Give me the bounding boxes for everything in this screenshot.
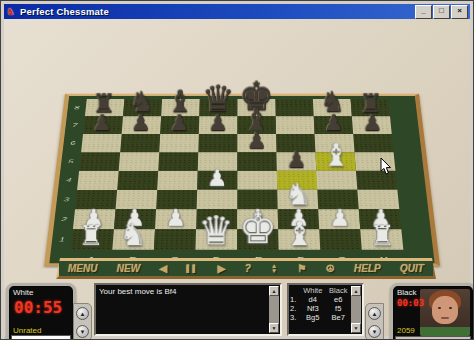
move-white-3: Bg5 — [300, 313, 326, 322]
square-h7[interactable]: ♟ — [352, 116, 392, 134]
black-pawn-a7[interactable]: ♟ — [92, 112, 112, 134]
chess-board[interactable]: 87654321 ♜♞♝♛♚♞♜♟♟♟♟♝♟♟♟♟♝♟♞♟♟♟♟♟♟♟♜♞♛♚♝… — [44, 94, 440, 266]
white-rating: Unrated — [13, 326, 41, 335]
window-title: Perfect Chessmate — [20, 6, 414, 17]
help-button[interactable]: HELP — [354, 263, 381, 274]
move-header-white: White — [300, 286, 326, 295]
white-rook-a1[interactable]: ♜ — [79, 222, 104, 250]
black-pawn-d7[interactable]: ♟ — [208, 112, 228, 134]
white-pawn-g2[interactable]: ♟ — [329, 206, 350, 229]
back-icon[interactable]: ◀ — [159, 263, 167, 274]
black-pawn-e6[interactable]: ♟ — [247, 130, 267, 152]
opponent-portrait — [420, 289, 470, 336]
square-b7[interactable]: ♟ — [122, 116, 162, 134]
move-number-1: 1. — [290, 295, 300, 304]
white-queen-d1[interactable]: ♛ — [199, 210, 235, 250]
square-b6[interactable] — [120, 134, 160, 152]
square-b4[interactable] — [117, 171, 158, 190]
menu-bar: MENUNEW◀▌▌▶?▲▼⚑☮HELPQUIT — [56, 258, 436, 279]
square-e5[interactable] — [237, 152, 277, 171]
move-white-1: d4 — [300, 295, 326, 304]
hint-icon[interactable]: ? — [245, 263, 251, 274]
square-c1[interactable] — [154, 229, 196, 250]
moby-games-button[interactable]: Moby Games — [11, 335, 71, 340]
square-d7[interactable]: ♟ — [199, 116, 238, 134]
white-pawn-c2[interactable]: ♟ — [165, 206, 186, 229]
scroll-up-icon[interactable]: ▲ — [351, 286, 361, 296]
rank-label-7: 7 — [65, 116, 85, 134]
maximize-button[interactable]: □ — [433, 5, 450, 19]
white-player-panel: White 00:55 Unrated Moby Games — [6, 283, 76, 340]
square-c7[interactable]: ♟ — [160, 116, 199, 134]
square-a5[interactable] — [79, 152, 120, 171]
spin-down-icon[interactable]: ▼ — [76, 325, 89, 338]
spin-up-icon[interactable]: ▲ — [368, 307, 381, 320]
white-king-e1[interactable]: ♚ — [239, 207, 277, 250]
rank-label-1: 1 — [51, 229, 73, 250]
console-scrollbar[interactable]: ▲ ▼ — [269, 286, 279, 333]
rank-label-5: 5 — [60, 152, 81, 171]
move-list-panel[interactable]: WhiteBlack1.d4e62.Nf3f53.Bg5Be7 ▲ ▼ — [287, 283, 364, 336]
square-h1[interactable]: ♜ — [360, 229, 403, 250]
square-e1[interactable]: ♚ — [237, 229, 279, 250]
move-number-3: 3. — [290, 313, 300, 322]
black-rating: 2059 — [397, 326, 415, 335]
square-d3[interactable] — [197, 190, 238, 209]
white-pawn-d4[interactable]: ♟ — [207, 167, 228, 190]
opponent-name-button[interactable]: Colin James — [395, 336, 471, 340]
black-pawn-b7[interactable]: ♟ — [131, 112, 151, 134]
square-c4[interactable] — [157, 171, 198, 190]
spin-up-icon[interactable]: ▲ — [76, 307, 89, 320]
forward-icon[interactable]: ▶ — [218, 263, 226, 274]
square-g1[interactable] — [319, 229, 362, 250]
black-pawn-h7[interactable]: ♟ — [363, 112, 383, 134]
white-bishop-g5[interactable]: ♝ — [322, 140, 350, 171]
scroll-down-icon[interactable]: ▼ — [351, 323, 361, 333]
square-g2[interactable]: ♟ — [318, 209, 360, 229]
title-bar[interactable]: ♞ Perfect Chessmate _ □ × — [4, 4, 470, 19]
menu-button[interactable]: MENU — [68, 263, 97, 274]
square-c6[interactable] — [159, 134, 199, 152]
square-f1[interactable]: ♝ — [278, 229, 320, 250]
rank-label-8: 8 — [67, 99, 87, 116]
rank-label-3: 3 — [56, 190, 77, 209]
square-h4[interactable] — [356, 171, 397, 190]
square-d6[interactable] — [198, 134, 237, 152]
square-d4[interactable]: ♟ — [197, 171, 237, 190]
square-g7[interactable]: ♟ — [314, 116, 353, 134]
white-panel-spinner: ▲ ▼ — [73, 303, 92, 340]
square-b5[interactable] — [119, 152, 160, 171]
white-bishop-f1[interactable]: ♝ — [285, 217, 314, 250]
resign-flag-icon[interactable]: ⚑ — [297, 263, 306, 274]
app-icon: ♞ — [6, 6, 17, 17]
square-e6[interactable]: ♟ — [237, 134, 276, 152]
close-button[interactable]: × — [451, 5, 468, 19]
move-number-2: 2. — [290, 304, 300, 313]
board-scene: 87654321 ♜♞♝♛♚♞♜♟♟♟♟♝♟♟♟♟♝♟♞♟♟♟♟♟♟♟♜♞♛♚♝… — [4, 19, 470, 259]
pause-icon[interactable]: ▌▌ — [186, 265, 198, 272]
square-f8[interactable] — [275, 99, 314, 116]
square-g4[interactable] — [316, 171, 357, 190]
square-c5[interactable] — [158, 152, 198, 171]
black-label: Black — [397, 288, 417, 297]
white-label: White — [13, 288, 33, 297]
move-black-2: f5 — [326, 304, 352, 313]
board-grid: ♜♞♝♛♚♞♜♟♟♟♟♝♟♟♟♟♝♟♞♟♟♟♟♟♟♟♜♞♛♚♝♜ — [71, 99, 404, 250]
flip-board-icon[interactable]: ▲▼ — [270, 264, 278, 274]
spin-down-icon[interactable]: ▼ — [368, 325, 381, 338]
scroll-down-icon[interactable]: ▼ — [269, 323, 279, 333]
black-pawn-f5[interactable]: ♟ — [286, 148, 306, 171]
square-e4[interactable] — [237, 171, 277, 190]
board-rail-right — [397, 99, 433, 250]
rank-label-2: 2 — [53, 209, 75, 229]
square-d1[interactable]: ♛ — [195, 229, 237, 250]
black-pawn-g7[interactable]: ♟ — [324, 112, 344, 134]
quit-button[interactable]: QUIT — [400, 263, 424, 274]
white-rook-h1[interactable]: ♜ — [370, 222, 395, 250]
square-a1[interactable]: ♜ — [71, 229, 114, 250]
square-g5[interactable]: ♝ — [315, 152, 355, 171]
move-black-3: Be7 — [326, 313, 352, 322]
message-console[interactable]: Your best move is Bf4 ▲ ▼ — [94, 283, 282, 336]
black-clock: 00:03 — [397, 298, 424, 308]
new-button[interactable]: NEW — [117, 263, 140, 274]
white-knight-b1[interactable]: ♞ — [119, 219, 147, 250]
square-a7[interactable]: ♟ — [83, 116, 123, 134]
minimize-button[interactable]: _ — [415, 5, 432, 19]
black-pawn-c7[interactable]: ♟ — [170, 112, 190, 134]
move-header-blank — [290, 286, 300, 295]
move-list: WhiteBlack1.d4e62.Nf3f53.Bg5Be7 — [290, 286, 351, 322]
black-panel-spinner: ▲ ▼ — [365, 303, 384, 340]
play-area: 87654321 ♜♞♝♛♚♞♜♟♟♟♟♝♟♟♟♟♝♟♞♟♟♟♟♟♟♟♜♞♛♚♝… — [4, 19, 470, 336]
square-h6[interactable] — [353, 134, 393, 152]
rank-label-6: 6 — [63, 134, 84, 152]
black-player-panel: Black 00:03 2059 Colin James — [390, 283, 474, 340]
move-white-2: Nf3 — [300, 304, 326, 313]
square-b1[interactable]: ♞ — [112, 229, 155, 250]
square-a6[interactable] — [81, 134, 122, 152]
square-f5[interactable]: ♟ — [276, 152, 316, 171]
move-header-black: Black — [326, 286, 352, 295]
square-c2[interactable]: ♟ — [155, 209, 197, 229]
scroll-up-icon[interactable]: ▲ — [269, 286, 279, 296]
white-clock: 00:55 — [14, 298, 62, 317]
square-f7[interactable] — [276, 116, 315, 134]
move-list-scrollbar[interactable]: ▲ ▼ — [351, 286, 361, 333]
square-h5[interactable] — [355, 152, 396, 171]
rank-label-4: 4 — [58, 171, 79, 190]
draw-peace-icon[interactable]: ☮ — [326, 263, 335, 274]
square-a4[interactable] — [77, 171, 119, 190]
move-black-1: e6 — [326, 295, 352, 304]
hint-message: Your best move is Bf4 — [99, 287, 267, 296]
